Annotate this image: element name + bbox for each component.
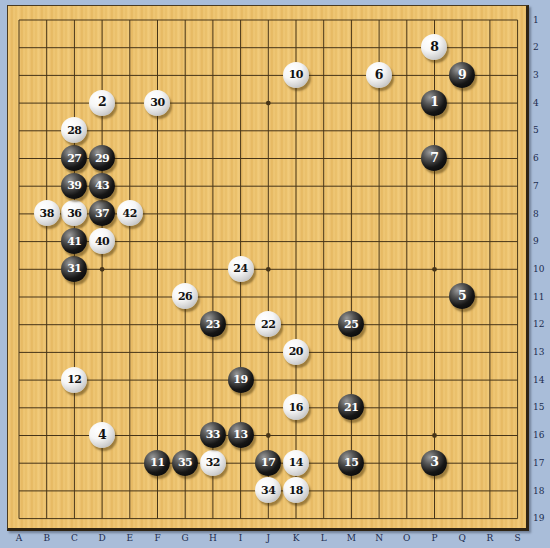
stone-number: 22 bbox=[261, 319, 275, 330]
row-label-8: 8 bbox=[533, 208, 539, 218]
stone-number: 29 bbox=[95, 153, 109, 164]
stone-white-42: 42 bbox=[117, 200, 143, 226]
stone-number: 17 bbox=[261, 457, 275, 468]
stone-number: 12 bbox=[67, 374, 81, 385]
stone-black-9: 9 bbox=[449, 62, 475, 88]
stone-number: 10 bbox=[289, 69, 303, 80]
stone-number: 6 bbox=[375, 69, 383, 82]
stone-white-10: 10 bbox=[283, 62, 309, 88]
stone-number: 7 bbox=[430, 152, 438, 165]
column-label-I: I bbox=[239, 532, 243, 544]
stone-number: 26 bbox=[178, 291, 192, 302]
row-label-15: 15 bbox=[533, 402, 544, 412]
stone-number: 28 bbox=[67, 125, 81, 136]
row-label-10: 10 bbox=[533, 263, 544, 273]
column-label-F: F bbox=[154, 532, 160, 544]
row-label-1: 1 bbox=[533, 14, 539, 24]
column-label-A: A bbox=[16, 532, 23, 544]
stone-black-3: 3 bbox=[421, 450, 447, 476]
column-label-D: D bbox=[98, 532, 105, 544]
stone-white-34: 34 bbox=[255, 477, 281, 503]
row-label-14: 14 bbox=[533, 374, 544, 384]
stone-black-1: 1 bbox=[421, 90, 447, 116]
stone-black-17: 17 bbox=[255, 450, 281, 476]
stone-white-4: 4 bbox=[89, 422, 115, 448]
column-label-R: R bbox=[487, 532, 494, 544]
stone-number: 30 bbox=[150, 97, 164, 108]
stone-number: 1 bbox=[430, 96, 438, 109]
row-label-19: 19 bbox=[533, 513, 544, 523]
stone-number: 15 bbox=[344, 457, 358, 468]
stone-number: 32 bbox=[206, 457, 220, 468]
stone-number: 35 bbox=[178, 457, 192, 468]
row-label-11: 11 bbox=[533, 291, 544, 301]
stone-black-35: 35 bbox=[172, 450, 198, 476]
stone-number: 16 bbox=[289, 402, 303, 413]
stone-white-14: 14 bbox=[283, 450, 309, 476]
row-label-3: 3 bbox=[533, 70, 539, 80]
stone-black-21: 21 bbox=[338, 394, 364, 420]
stone-number: 39 bbox=[67, 180, 81, 191]
stone-number: 42 bbox=[123, 208, 137, 219]
stone-black-43: 43 bbox=[89, 173, 115, 199]
stone-number: 2 bbox=[98, 96, 106, 109]
stone-number: 19 bbox=[233, 374, 247, 385]
row-label-18: 18 bbox=[533, 485, 544, 495]
stone-white-32: 32 bbox=[200, 450, 226, 476]
stone-number: 33 bbox=[206, 429, 220, 440]
stone-white-36: 36 bbox=[61, 200, 87, 226]
stone-black-7: 7 bbox=[421, 145, 447, 171]
stone-white-16: 16 bbox=[283, 394, 309, 420]
stone-white-18: 18 bbox=[283, 477, 309, 503]
stone-black-37: 37 bbox=[89, 200, 115, 226]
stone-black-31: 31 bbox=[61, 256, 87, 282]
stone-number: 13 bbox=[233, 429, 247, 440]
row-label-13: 13 bbox=[533, 347, 544, 357]
stone-number: 8 bbox=[430, 41, 438, 54]
stone-black-25: 25 bbox=[338, 311, 364, 337]
stone-black-41: 41 bbox=[61, 228, 87, 254]
column-label-P: P bbox=[431, 532, 437, 544]
stone-number: 11 bbox=[150, 457, 164, 468]
column-label-S: S bbox=[515, 532, 521, 544]
stone-black-19: 19 bbox=[228, 367, 254, 393]
row-label-2: 2 bbox=[533, 42, 539, 52]
stone-white-20: 20 bbox=[283, 339, 309, 365]
stone-number: 37 bbox=[95, 208, 109, 219]
stone-white-8: 8 bbox=[421, 34, 447, 60]
column-label-H: H bbox=[209, 532, 217, 544]
stone-number: 40 bbox=[95, 236, 109, 247]
stone-white-12: 12 bbox=[61, 367, 87, 393]
row-label-5: 5 bbox=[533, 125, 539, 135]
stone-white-38: 38 bbox=[34, 200, 60, 226]
column-label-L: L bbox=[321, 532, 327, 544]
stone-black-13: 13 bbox=[228, 422, 254, 448]
stone-black-5: 5 bbox=[449, 283, 475, 309]
stone-number: 24 bbox=[233, 263, 247, 274]
stone-number: 34 bbox=[261, 485, 275, 496]
stone-white-28: 28 bbox=[61, 117, 87, 143]
column-label-J: J bbox=[266, 532, 270, 544]
stone-white-24: 24 bbox=[228, 256, 254, 282]
stone-number: 9 bbox=[458, 69, 466, 82]
stone-number: 27 bbox=[67, 153, 81, 164]
stone-number: 14 bbox=[289, 457, 303, 468]
stone-number: 3 bbox=[430, 456, 438, 469]
stone-number: 25 bbox=[344, 319, 358, 330]
column-label-K: K bbox=[293, 532, 300, 544]
stone-black-15: 15 bbox=[338, 450, 364, 476]
go-diagram-screen: 1234567891011121314151617181920212223242… bbox=[0, 0, 550, 548]
row-label-16: 16 bbox=[533, 430, 544, 440]
column-label-N: N bbox=[375, 532, 383, 544]
row-label-6: 6 bbox=[533, 153, 539, 163]
stone-number: 4 bbox=[98, 429, 106, 442]
column-label-O: O bbox=[403, 532, 410, 544]
row-label-17: 17 bbox=[533, 457, 544, 467]
column-label-Q: Q bbox=[458, 532, 465, 544]
stone-black-23: 23 bbox=[200, 311, 226, 337]
stone-white-30: 30 bbox=[144, 90, 170, 116]
stone-white-2: 2 bbox=[89, 90, 115, 116]
row-label-7: 7 bbox=[533, 180, 539, 190]
column-label-M: M bbox=[347, 532, 356, 544]
stone-black-29: 29 bbox=[89, 145, 115, 171]
stone-white-40: 40 bbox=[89, 228, 115, 254]
stone-white-22: 22 bbox=[255, 311, 281, 337]
column-label-B: B bbox=[43, 532, 50, 544]
stone-number: 43 bbox=[95, 180, 109, 191]
column-label-G: G bbox=[182, 532, 189, 544]
stone-number: 5 bbox=[458, 290, 466, 303]
stone-number: 23 bbox=[206, 319, 220, 330]
row-label-12: 12 bbox=[533, 319, 544, 329]
stone-black-39: 39 bbox=[61, 173, 87, 199]
stone-black-11: 11 bbox=[144, 450, 170, 476]
row-label-9: 9 bbox=[533, 236, 539, 246]
stone-number: 38 bbox=[40, 208, 54, 219]
column-label-C: C bbox=[71, 532, 78, 544]
stone-number: 18 bbox=[289, 485, 303, 496]
stone-black-33: 33 bbox=[200, 422, 226, 448]
column-label-E: E bbox=[127, 532, 134, 544]
stone-number: 36 bbox=[67, 208, 81, 219]
stones-layer: 1234567891011121314151617181920212223242… bbox=[5, 6, 531, 532]
stone-number: 41 bbox=[67, 236, 81, 247]
stone-white-26: 26 bbox=[172, 283, 198, 309]
stone-black-27: 27 bbox=[61, 145, 87, 171]
row-label-4: 4 bbox=[533, 97, 539, 107]
go-board: 1234567891011121314151617181920212223242… bbox=[7, 5, 529, 531]
stone-number: 20 bbox=[289, 346, 303, 357]
stone-number: 21 bbox=[344, 402, 358, 413]
stone-white-6: 6 bbox=[366, 62, 392, 88]
stone-number: 31 bbox=[67, 263, 81, 274]
